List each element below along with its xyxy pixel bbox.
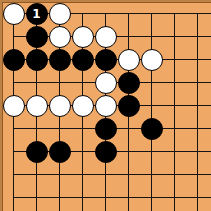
intersection: [186, 140, 209, 163]
intersection: [94, 71, 117, 94]
stone-white: [3, 3, 25, 25]
intersection: [163, 71, 186, 94]
stone-black: [95, 49, 117, 71]
intersection: [163, 48, 186, 71]
intersection: [48, 140, 71, 163]
intersection: [94, 186, 117, 209]
intersection: [94, 140, 117, 163]
intersection: [2, 25, 25, 48]
stone-black: [118, 95, 140, 117]
intersection: [71, 140, 94, 163]
intersection: [94, 94, 117, 117]
intersection: [186, 71, 209, 94]
stone-white: [72, 95, 94, 117]
intersection: [94, 2, 117, 25]
intersection: [25, 117, 48, 140]
intersection: [2, 2, 25, 25]
stone-black-move-1: 1: [26, 3, 48, 25]
move-number-label: 1: [32, 8, 40, 20]
intersection: [48, 2, 71, 25]
intersection: [48, 71, 71, 94]
intersection: [71, 163, 94, 186]
intersection: [2, 140, 25, 163]
intersection: [117, 140, 140, 163]
intersection: [186, 186, 209, 209]
stone-white: [26, 95, 48, 117]
intersection: [163, 94, 186, 117]
intersection: 1: [25, 2, 48, 25]
intersection: [48, 117, 71, 140]
stone-white: [49, 95, 71, 117]
intersection: [71, 94, 94, 117]
intersection: [117, 48, 140, 71]
intersection: [140, 186, 163, 209]
intersection: [117, 163, 140, 186]
stone-white: [95, 26, 117, 48]
intersection: [117, 71, 140, 94]
stone-black: [49, 141, 71, 163]
intersection: [71, 25, 94, 48]
intersection: [25, 94, 48, 117]
intersection: [163, 25, 186, 48]
stone-white: [49, 3, 71, 25]
intersection: [25, 163, 48, 186]
stone-white: [72, 26, 94, 48]
intersection: [186, 163, 209, 186]
intersection: [2, 117, 25, 140]
intersection: [186, 2, 209, 25]
intersection: [48, 48, 71, 71]
stone-white: [3, 95, 25, 117]
intersection: [94, 25, 117, 48]
intersection: [117, 94, 140, 117]
intersection: [2, 48, 25, 71]
stone-white: [118, 49, 140, 71]
intersection: [25, 71, 48, 94]
intersection: [48, 25, 71, 48]
intersection: [48, 163, 71, 186]
intersection: [94, 163, 117, 186]
intersection: [140, 71, 163, 94]
intersection: [71, 186, 94, 209]
intersection: [163, 186, 186, 209]
stone-black: [118, 72, 140, 94]
intersection: [25, 48, 48, 71]
intersection: [186, 117, 209, 140]
stone-black: [141, 118, 163, 140]
intersection: [117, 2, 140, 25]
intersection: [71, 117, 94, 140]
stone-black: [95, 141, 117, 163]
stone-white: [49, 26, 71, 48]
intersection: [117, 25, 140, 48]
stone-white: [95, 95, 117, 117]
intersection: [140, 94, 163, 117]
intersection: [71, 2, 94, 25]
intersection: [140, 163, 163, 186]
intersection: [186, 94, 209, 117]
intersection: [140, 117, 163, 140]
stone-white: [95, 72, 117, 94]
intersection: [140, 140, 163, 163]
intersection: [2, 163, 25, 186]
intersection: [163, 2, 186, 25]
intersection: [163, 117, 186, 140]
stone-black: [26, 141, 48, 163]
intersection: [140, 25, 163, 48]
intersection: [48, 94, 71, 117]
intersection: [2, 71, 25, 94]
intersection: [71, 48, 94, 71]
go-board: 1: [0, 0, 211, 211]
stone-black: [72, 49, 94, 71]
intersection: [48, 186, 71, 209]
stone-white: [141, 49, 163, 71]
stone-black: [26, 26, 48, 48]
intersection: [25, 186, 48, 209]
intersection: [25, 25, 48, 48]
intersection: [117, 186, 140, 209]
intersection: [186, 25, 209, 48]
intersection: [25, 140, 48, 163]
intersection: [94, 48, 117, 71]
intersection: [117, 117, 140, 140]
intersection: [140, 48, 163, 71]
stone-black: [26, 49, 48, 71]
intersection: [140, 2, 163, 25]
intersection: [163, 140, 186, 163]
intersection: [163, 163, 186, 186]
intersection: [2, 186, 25, 209]
intersection: [2, 94, 25, 117]
intersection: [186, 48, 209, 71]
stone-black: [49, 49, 71, 71]
intersection: [94, 117, 117, 140]
stone-black: [3, 49, 25, 71]
intersection: [71, 71, 94, 94]
stone-black: [95, 118, 117, 140]
board-intersections: 1: [2, 2, 209, 209]
